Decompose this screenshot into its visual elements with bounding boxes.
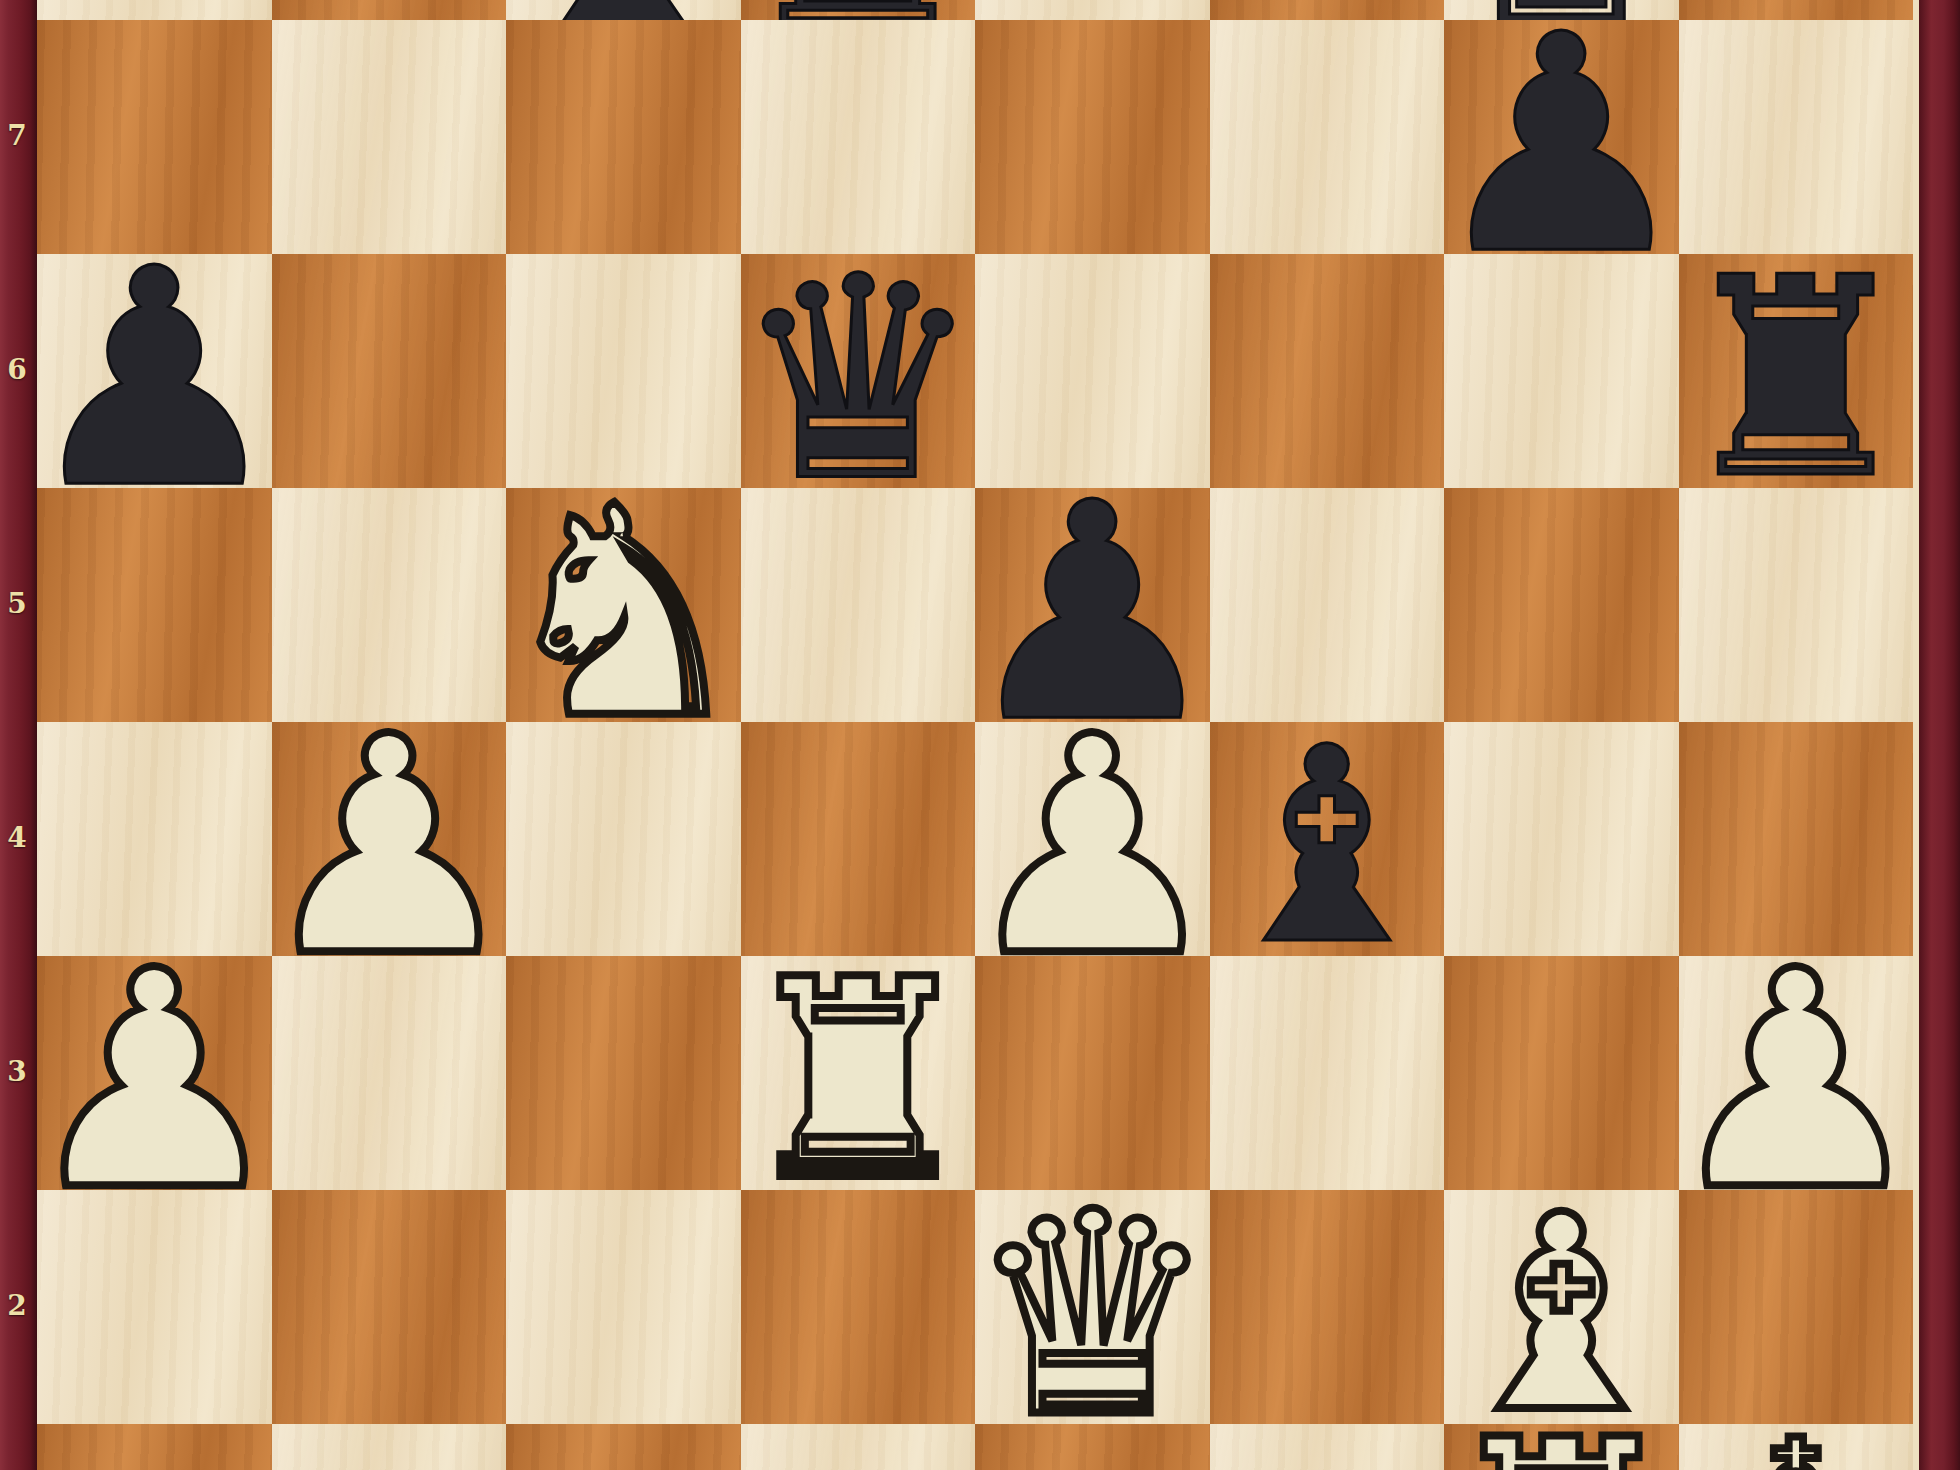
square-d5 [741,488,976,722]
black-bishop: ♝ [506,0,741,20]
square-b6 [272,254,507,488]
rank-label-2: 2 [0,1291,34,1321]
white-knight: ♞ [506,488,741,722]
square-c5: ♞ [506,488,741,722]
rank-label-7: 7 [0,121,34,151]
black-rook: ♜ [1679,254,1914,488]
board-border-left: 7 6 5 4 3 2 [0,0,37,1470]
chess-board: ♝♜♚♟♟♛♜♞♟♟♟♝♟♜♟♛♝♜♚ [37,0,1913,1470]
square-e2: ♛ [975,1190,1210,1424]
square-f5 [1210,488,1445,722]
square-d7 [741,20,976,254]
rank-label-3: 3 [0,1057,34,1087]
square-b3 [272,956,507,1190]
black-bishop: ♝ [1210,722,1445,956]
square-g5 [1444,488,1679,722]
black-king: ♚ [1444,0,1679,20]
black-pawn: ♟ [1444,20,1679,254]
square-b1 [272,1424,507,1470]
square-d4 [741,722,976,956]
square-g7: ♟ [1444,20,1679,254]
white-pawn: ♟ [1679,956,1914,1190]
square-c7 [506,20,741,254]
rank-label-6: 6 [0,355,34,385]
white-king: ♚ [1679,1424,1914,1470]
square-d2 [741,1190,976,1424]
rank-label-5: 5 [0,589,34,619]
square-a4 [37,722,272,956]
square-h8 [1679,0,1914,20]
white-pawn: ♟ [975,722,1210,956]
square-h4 [1679,722,1914,956]
square-h2 [1679,1190,1914,1424]
square-g1: ♜ [1444,1424,1679,1470]
square-f7 [1210,20,1445,254]
white-bishop: ♝ [1444,1190,1679,1424]
square-a5 [37,488,272,722]
white-rook: ♜ [741,956,976,1190]
square-h7 [1679,20,1914,254]
square-a7 [37,20,272,254]
board-border-right [1919,0,1960,1470]
square-a2 [37,1190,272,1424]
square-e3 [975,956,1210,1190]
square-h1: ♚ [1679,1424,1914,1470]
square-c3 [506,956,741,1190]
square-g6 [1444,254,1679,488]
square-a1 [37,1424,272,1470]
white-queen: ♛ [975,1190,1210,1424]
square-a6: ♟ [37,254,272,488]
square-d8: ♜ [741,0,976,20]
square-g3 [1444,956,1679,1190]
square-f3 [1210,956,1445,1190]
square-b8 [272,0,507,20]
square-g2: ♝ [1444,1190,1679,1424]
square-e7 [975,20,1210,254]
square-h6: ♜ [1679,254,1914,488]
square-c8: ♝ [506,0,741,20]
square-e1 [975,1424,1210,1470]
square-f2 [1210,1190,1445,1424]
square-h5 [1679,488,1914,722]
white-rook: ♜ [1444,1424,1679,1470]
square-a3: ♟ [37,956,272,1190]
square-f6 [1210,254,1445,488]
square-c1 [506,1424,741,1470]
square-h3: ♟ [1679,956,1914,1190]
square-e4: ♟ [975,722,1210,956]
square-c4 [506,722,741,956]
black-queen: ♛ [741,254,976,488]
square-e5: ♟ [975,488,1210,722]
square-c6 [506,254,741,488]
square-e6 [975,254,1210,488]
square-e8 [975,0,1210,20]
square-f4: ♝ [1210,722,1445,956]
square-g8: ♚ [1444,0,1679,20]
black-rook: ♜ [741,0,976,20]
black-pawn: ♟ [975,488,1210,722]
square-d3: ♜ [741,956,976,1190]
square-b2 [272,1190,507,1424]
square-c2 [506,1190,741,1424]
white-pawn: ♟ [37,956,272,1190]
square-g4 [1444,722,1679,956]
square-f1 [1210,1424,1445,1470]
square-b4: ♟ [272,722,507,956]
square-a8 [37,0,272,20]
square-f8 [1210,0,1445,20]
black-pawn: ♟ [37,254,272,488]
square-d6: ♛ [741,254,976,488]
square-d1 [741,1424,976,1470]
square-b5 [272,488,507,722]
chess-board-photo: 7 6 5 4 3 2 ♝♜♚♟♟♛♜♞♟♟♟♝♟♜♟♛♝♜♚ [0,0,1960,1470]
rank-label-4: 4 [0,823,34,853]
square-b7 [272,20,507,254]
white-pawn: ♟ [272,722,507,956]
